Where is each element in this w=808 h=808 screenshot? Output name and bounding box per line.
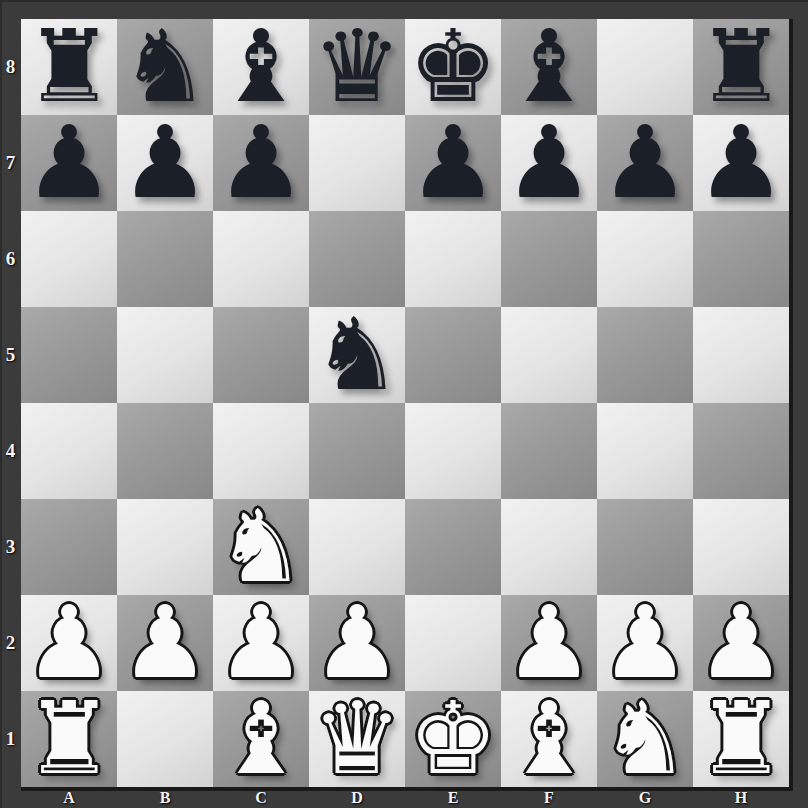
chess-board: ♜♞♝♛♚♝♜♟♟♟♟♟♟♟♞♞♟♟♟♟♟♟♟♜♝♛♚♝♞♜ (21, 19, 793, 791)
square-e2[interactable] (405, 595, 501, 691)
square-h5[interactable] (693, 307, 789, 403)
white-pawn[interactable]: ♟ (120, 595, 210, 691)
white-pawn[interactable]: ♟ (600, 595, 690, 691)
black-pawn[interactable]: ♟ (696, 115, 786, 211)
black-pawn[interactable]: ♟ (216, 115, 306, 211)
black-rook[interactable]: ♜ (696, 19, 786, 115)
square-e8[interactable]: ♚ (405, 19, 501, 115)
square-d2[interactable]: ♟ (309, 595, 405, 691)
square-b8[interactable]: ♞ (117, 19, 213, 115)
white-queen[interactable]: ♛ (312, 691, 402, 787)
black-bishop[interactable]: ♝ (504, 19, 594, 115)
rank-label-8: 8 (0, 19, 21, 115)
square-g6[interactable] (597, 211, 693, 307)
black-pawn[interactable]: ♟ (24, 115, 114, 211)
black-pawn[interactable]: ♟ (120, 115, 210, 211)
square-h8[interactable]: ♜ (693, 19, 789, 115)
square-g3[interactable] (597, 499, 693, 595)
square-a4[interactable] (21, 403, 117, 499)
rank-label-4: 4 (0, 403, 21, 499)
white-pawn[interactable]: ♟ (312, 595, 402, 691)
square-d3[interactable] (309, 499, 405, 595)
square-c4[interactable] (213, 403, 309, 499)
rank-labels: 87654321 (0, 19, 21, 787)
square-g8[interactable] (597, 19, 693, 115)
black-queen[interactable]: ♛ (312, 19, 402, 115)
square-e1[interactable]: ♚ (405, 691, 501, 787)
square-b2[interactable]: ♟ (117, 595, 213, 691)
file-labels: ABCDEFGH (21, 789, 789, 808)
square-f4[interactable] (501, 403, 597, 499)
square-e3[interactable] (405, 499, 501, 595)
file-label-f: F (501, 789, 597, 808)
rank-label-3: 3 (0, 499, 21, 595)
square-g2[interactable]: ♟ (597, 595, 693, 691)
white-pawn[interactable]: ♟ (696, 595, 786, 691)
white-bishop[interactable]: ♝ (216, 691, 306, 787)
rank-label-2: 2 (0, 595, 21, 691)
file-label-c: C (213, 789, 309, 808)
white-knight[interactable]: ♞ (216, 499, 306, 595)
square-f7[interactable]: ♟ (501, 115, 597, 211)
black-pawn[interactable]: ♟ (408, 115, 498, 211)
square-f6[interactable] (501, 211, 597, 307)
square-g1[interactable]: ♞ (597, 691, 693, 787)
white-pawn[interactable]: ♟ (24, 595, 114, 691)
square-a3[interactable] (21, 499, 117, 595)
square-b7[interactable]: ♟ (117, 115, 213, 211)
square-a5[interactable] (21, 307, 117, 403)
chess-app-window: 87654321 ♜♞♝♛♚♝♜♟♟♟♟♟♟♟♞♞♟♟♟♟♟♟♟♜♝♛♚♝♞♜ … (0, 0, 808, 808)
square-d1[interactable]: ♛ (309, 691, 405, 787)
file-label-g: G (597, 789, 693, 808)
white-pawn[interactable]: ♟ (216, 595, 306, 691)
square-d5[interactable]: ♞ (309, 307, 405, 403)
square-c7[interactable]: ♟ (213, 115, 309, 211)
white-king[interactable]: ♚ (408, 691, 498, 787)
square-h6[interactable] (693, 211, 789, 307)
file-label-b: B (117, 789, 213, 808)
rank-label-7: 7 (0, 115, 21, 211)
white-pawn[interactable]: ♟ (504, 595, 594, 691)
white-rook[interactable]: ♜ (24, 691, 114, 787)
black-rook[interactable]: ♜ (24, 19, 114, 115)
square-a6[interactable] (21, 211, 117, 307)
rank-label-5: 5 (0, 307, 21, 403)
square-g4[interactable] (597, 403, 693, 499)
white-bishop[interactable]: ♝ (504, 691, 594, 787)
square-f2[interactable]: ♟ (501, 595, 597, 691)
black-pawn[interactable]: ♟ (504, 115, 594, 211)
square-h1[interactable]: ♜ (693, 691, 789, 787)
square-a1[interactable]: ♜ (21, 691, 117, 787)
file-label-h: H (693, 789, 789, 808)
file-label-d: D (309, 789, 405, 808)
square-b6[interactable] (117, 211, 213, 307)
black-pawn[interactable]: ♟ (600, 115, 690, 211)
square-f1[interactable]: ♝ (501, 691, 597, 787)
square-b1[interactable] (117, 691, 213, 787)
square-e5[interactable] (405, 307, 501, 403)
square-f8[interactable]: ♝ (501, 19, 597, 115)
square-h3[interactable] (693, 499, 789, 595)
rank-label-6: 6 (0, 211, 21, 307)
square-g5[interactable] (597, 307, 693, 403)
square-h4[interactable] (693, 403, 789, 499)
rank-label-1: 1 (0, 691, 21, 787)
square-b3[interactable] (117, 499, 213, 595)
square-e7[interactable]: ♟ (405, 115, 501, 211)
square-c8[interactable]: ♝ (213, 19, 309, 115)
square-c6[interactable] (213, 211, 309, 307)
square-h7[interactable]: ♟ (693, 115, 789, 211)
black-knight[interactable]: ♞ (312, 307, 402, 403)
square-h2[interactable]: ♟ (693, 595, 789, 691)
white-knight[interactable]: ♞ (600, 691, 690, 787)
square-c2[interactable]: ♟ (213, 595, 309, 691)
square-f3[interactable] (501, 499, 597, 595)
square-e4[interactable] (405, 403, 501, 499)
square-a7[interactable]: ♟ (21, 115, 117, 211)
square-d8[interactable]: ♛ (309, 19, 405, 115)
black-bishop[interactable]: ♝ (216, 19, 306, 115)
square-c3[interactable]: ♞ (213, 499, 309, 595)
square-c5[interactable] (213, 307, 309, 403)
square-b4[interactable] (117, 403, 213, 499)
square-c1[interactable]: ♝ (213, 691, 309, 787)
white-rook[interactable]: ♜ (696, 691, 786, 787)
square-d4[interactable] (309, 403, 405, 499)
file-label-e: E (405, 789, 501, 808)
square-e6[interactable] (405, 211, 501, 307)
square-d7[interactable] (309, 115, 405, 211)
square-a2[interactable]: ♟ (21, 595, 117, 691)
black-knight[interactable]: ♞ (120, 19, 210, 115)
square-d6[interactable] (309, 211, 405, 307)
square-b5[interactable] (117, 307, 213, 403)
black-king[interactable]: ♚ (408, 19, 498, 115)
file-label-a: A (21, 789, 117, 808)
square-a8[interactable]: ♜ (21, 19, 117, 115)
square-g7[interactable]: ♟ (597, 115, 693, 211)
square-f5[interactable] (501, 307, 597, 403)
